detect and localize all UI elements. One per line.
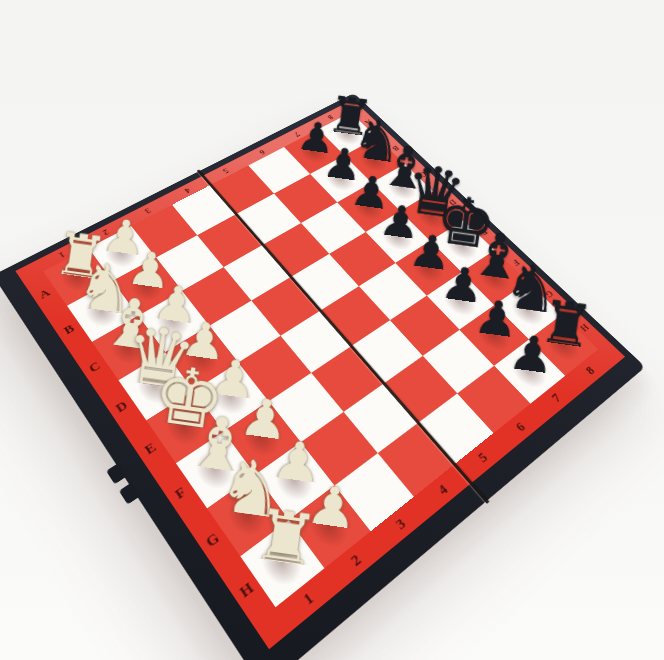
black-pawn-icon: ♟ (506, 327, 558, 384)
rank-label-text: 3 (392, 514, 410, 533)
white-rook-icon: ♜ (249, 498, 323, 578)
rank-label-text: 8 (582, 363, 598, 378)
rank-label-text: 1 (299, 588, 317, 610)
board-grid: ♜♞♝♛♚♝♞♜♟♟♟♟♟♟♟♟♟♟♟♟♟♟♟♟♜♞♝♛♚♝♞♜ (43, 112, 598, 607)
rank-label-text: 5 (221, 166, 230, 174)
square-f6[interactable] (390, 296, 459, 356)
rank-label-text: 4 (183, 186, 192, 194)
rank-label-text: 2 (347, 550, 365, 571)
file-label-text: F (171, 483, 189, 503)
square-h6[interactable] (457, 366, 530, 433)
perspective-wrapper: ABCDEFGH ABCDEFGH 87654321 87654321 ♜♞♝♛… (0, 0, 664, 660)
rank-label-text: 6 (512, 419, 529, 436)
file-label-text: C (86, 358, 103, 376)
rank-label-text: 4 (434, 481, 451, 499)
latch-tab (119, 482, 141, 505)
file-label-text: B (61, 321, 77, 337)
product-photo-scene: ABCDEFGH ABCDEFGH 87654321 87654321 ♜♞♝♛… (0, 0, 664, 660)
board-surface: ABCDEFGH ABCDEFGH 87654321 87654321 ♜♞♝♛… (15, 99, 625, 649)
file-label-text: A (36, 286, 52, 302)
file-label-text: D (113, 397, 131, 416)
latch-tab (106, 462, 128, 484)
black-pawn-h7[interactable]: ♟ (489, 285, 581, 381)
file-label-text: E (141, 439, 159, 458)
white-rook-h1[interactable]: ♜ (234, 460, 343, 573)
chessboard-case: ABCDEFGH ABCDEFGH 87654321 87654321 ♜♞♝♛… (0, 93, 645, 660)
rank-label-text: 6 (258, 148, 267, 156)
file-label-text: H (236, 578, 258, 602)
file-label-text: G (202, 529, 223, 552)
rank-label-text: 7 (548, 390, 565, 406)
rank-label-text: 5 (474, 449, 491, 467)
